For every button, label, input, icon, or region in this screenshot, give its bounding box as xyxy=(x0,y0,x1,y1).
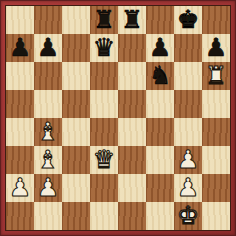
square-g6[interactable] xyxy=(174,62,202,90)
piece-black-knight[interactable]: ♞ xyxy=(149,62,171,90)
piece-black-rook[interactable]: ♜ xyxy=(121,6,143,34)
square-c5[interactable] xyxy=(62,90,90,118)
square-g3[interactable]: ♟ xyxy=(174,146,202,174)
piece-black-pawn[interactable]: ♟ xyxy=(37,34,59,62)
square-b1[interactable] xyxy=(34,202,62,230)
square-h8[interactable] xyxy=(202,6,230,34)
square-d4[interactable] xyxy=(90,118,118,146)
square-f5[interactable] xyxy=(146,90,174,118)
square-f4[interactable] xyxy=(146,118,174,146)
piece-white-bishop[interactable]: ♝ xyxy=(37,146,59,174)
square-f7[interactable]: ♟ xyxy=(146,34,174,62)
piece-black-pawn[interactable]: ♟ xyxy=(9,34,31,62)
piece-white-queen[interactable]: ♛ xyxy=(93,146,115,174)
square-b8[interactable] xyxy=(34,6,62,34)
square-c2[interactable] xyxy=(62,174,90,202)
square-d2[interactable] xyxy=(90,174,118,202)
square-e8[interactable]: ♜ xyxy=(118,6,146,34)
square-e6[interactable] xyxy=(118,62,146,90)
square-h6[interactable]: ♜ xyxy=(202,62,230,90)
square-a2[interactable]: ♟ xyxy=(6,174,34,202)
square-e4[interactable] xyxy=(118,118,146,146)
square-a6[interactable] xyxy=(6,62,34,90)
square-d7[interactable]: ♛ xyxy=(90,34,118,62)
square-d3[interactable]: ♛ xyxy=(90,146,118,174)
square-a1[interactable] xyxy=(6,202,34,230)
piece-white-pawn[interactable]: ♟ xyxy=(177,174,199,202)
square-g4[interactable] xyxy=(174,118,202,146)
square-b7[interactable]: ♟ xyxy=(34,34,62,62)
square-d1[interactable] xyxy=(90,202,118,230)
square-a5[interactable] xyxy=(6,90,34,118)
square-f1[interactable] xyxy=(146,202,174,230)
chess-board: ♜♜♚♟♟♛♟♟♞♜♝♝♛♟♟♟♟♚ xyxy=(5,5,231,231)
piece-white-pawn[interactable]: ♟ xyxy=(37,174,59,202)
piece-white-pawn[interactable]: ♟ xyxy=(9,174,31,202)
square-e5[interactable] xyxy=(118,90,146,118)
square-g2[interactable]: ♟ xyxy=(174,174,202,202)
square-d6[interactable] xyxy=(90,62,118,90)
square-b6[interactable] xyxy=(34,62,62,90)
square-b2[interactable]: ♟ xyxy=(34,174,62,202)
square-g8[interactable]: ♚ xyxy=(174,6,202,34)
square-c3[interactable] xyxy=(62,146,90,174)
square-h7[interactable]: ♟ xyxy=(202,34,230,62)
square-a8[interactable] xyxy=(6,6,34,34)
square-g5[interactable] xyxy=(174,90,202,118)
square-c6[interactable] xyxy=(62,62,90,90)
square-c7[interactable] xyxy=(62,34,90,62)
square-c4[interactable] xyxy=(62,118,90,146)
piece-white-rook[interactable]: ♜ xyxy=(205,62,227,90)
square-f6[interactable]: ♞ xyxy=(146,62,174,90)
square-a7[interactable]: ♟ xyxy=(6,34,34,62)
square-h2[interactable] xyxy=(202,174,230,202)
square-g7[interactable] xyxy=(174,34,202,62)
square-b5[interactable] xyxy=(34,90,62,118)
square-g1[interactable]: ♚ xyxy=(174,202,202,230)
square-b4[interactable]: ♝ xyxy=(34,118,62,146)
square-f3[interactable] xyxy=(146,146,174,174)
square-e3[interactable] xyxy=(118,146,146,174)
square-f2[interactable] xyxy=(146,174,174,202)
square-d8[interactable]: ♜ xyxy=(90,6,118,34)
square-h4[interactable] xyxy=(202,118,230,146)
piece-white-king[interactable]: ♚ xyxy=(177,202,199,230)
square-e1[interactable] xyxy=(118,202,146,230)
board-frame: ♜♜♚♟♟♛♟♟♞♜♝♝♛♟♟♟♟♚ xyxy=(0,0,236,236)
square-b3[interactable]: ♝ xyxy=(34,146,62,174)
piece-black-rook[interactable]: ♜ xyxy=(93,6,115,34)
piece-white-bishop[interactable]: ♝ xyxy=(37,118,59,146)
piece-black-pawn[interactable]: ♟ xyxy=(205,34,227,62)
square-f8[interactable] xyxy=(146,6,174,34)
square-h3[interactable] xyxy=(202,146,230,174)
piece-white-pawn[interactable]: ♟ xyxy=(177,146,199,174)
piece-black-king[interactable]: ♚ xyxy=(177,6,199,34)
square-c1[interactable] xyxy=(62,202,90,230)
piece-black-pawn[interactable]: ♟ xyxy=(149,34,171,62)
square-h5[interactable] xyxy=(202,90,230,118)
square-c8[interactable] xyxy=(62,6,90,34)
square-d5[interactable] xyxy=(90,90,118,118)
square-e7[interactable] xyxy=(118,34,146,62)
square-a3[interactable] xyxy=(6,146,34,174)
square-e2[interactable] xyxy=(118,174,146,202)
square-a4[interactable] xyxy=(6,118,34,146)
square-h1[interactable] xyxy=(202,202,230,230)
piece-black-queen[interactable]: ♛ xyxy=(93,34,115,62)
